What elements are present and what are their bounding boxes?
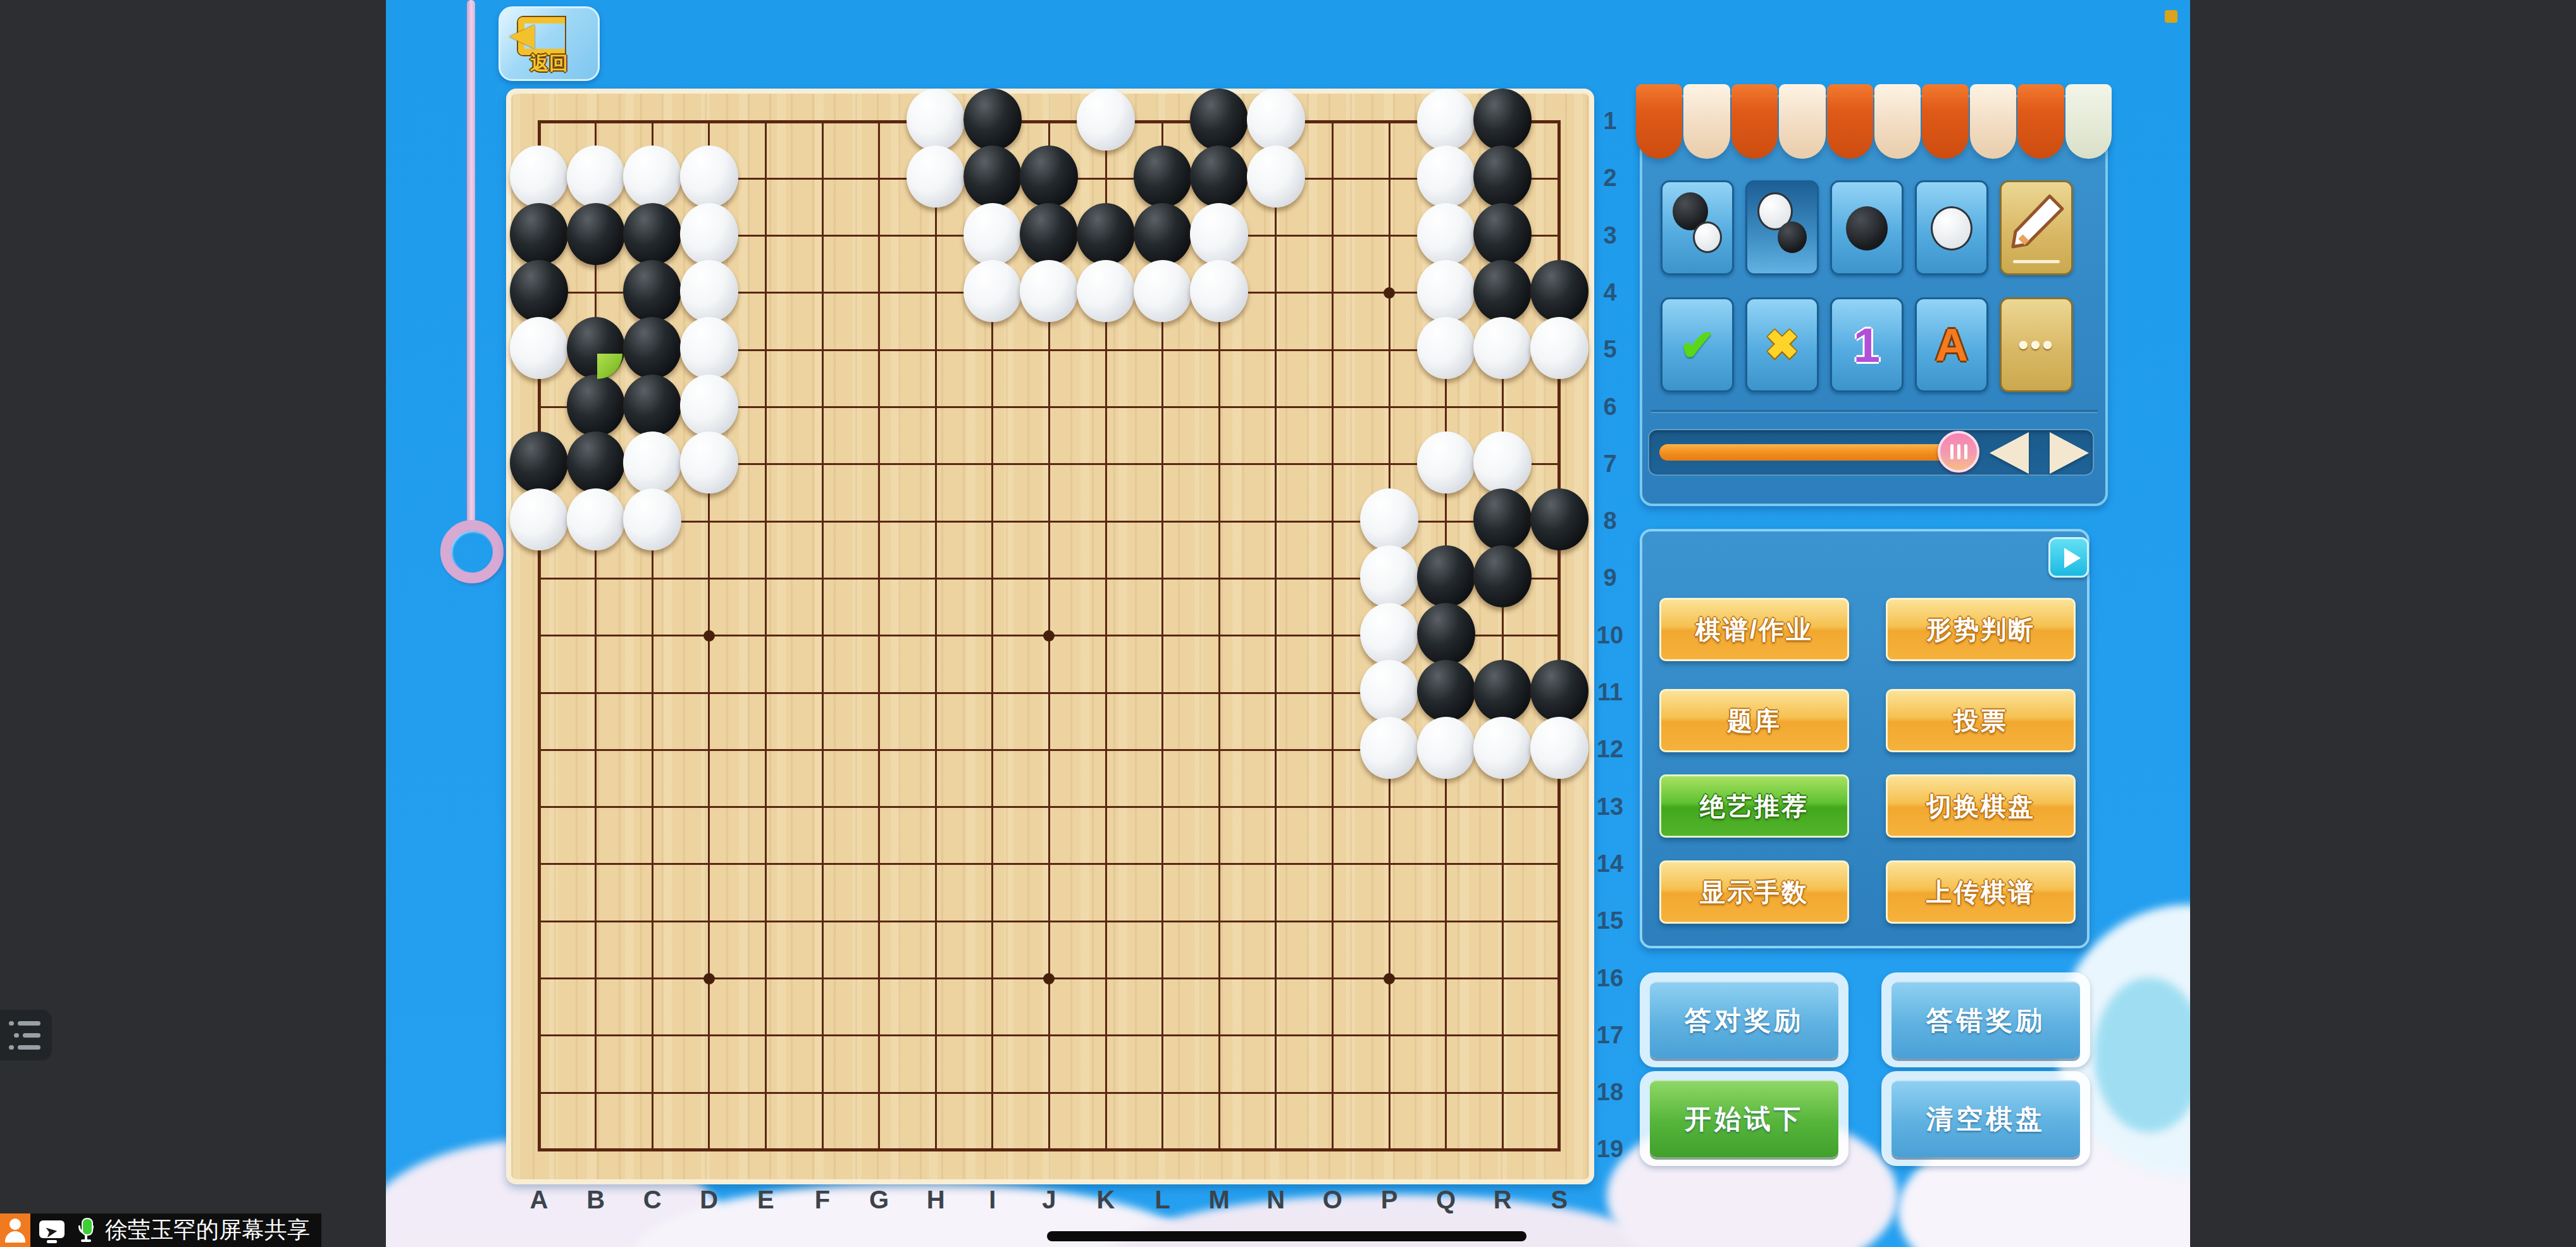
back-arrow-icon — [509, 25, 535, 49]
black-stone[interactable] — [1417, 660, 1475, 722]
grid-line — [1275, 120, 1277, 1151]
column-label: L — [1137, 1186, 1188, 1214]
white-stone[interactable] — [963, 203, 1022, 265]
grid-line — [1332, 120, 1334, 1151]
menu-label: 显示手数 — [1700, 875, 1809, 910]
column-label: J — [1024, 1186, 1074, 1214]
go-board[interactable] — [506, 89, 1594, 1184]
menu-problem-bank-button[interactable]: 题库 — [1659, 689, 1849, 752]
white-stone[interactable] — [1247, 89, 1305, 151]
grid-line — [538, 921, 1561, 922]
white-stone[interactable] — [1417, 717, 1475, 779]
list-icon — [9, 1045, 14, 1050]
column-label: P — [1364, 1186, 1415, 1214]
white-stone[interactable] — [1417, 260, 1475, 322]
column-label: N — [1251, 1186, 1301, 1214]
branch-marker-icon — [597, 354, 622, 379]
white-stone[interactable] — [680, 260, 738, 322]
black-stone[interactable] — [1473, 89, 1532, 151]
grid-line — [538, 863, 1561, 865]
white-stone[interactable] — [1360, 660, 1418, 722]
white-stone[interactable] — [567, 146, 625, 208]
black-stone[interactable] — [510, 203, 568, 265]
star-point — [1384, 287, 1395, 299]
panel-divider — [1651, 410, 2098, 412]
column-label: S — [1534, 1186, 1585, 1214]
menu-switch-board-button[interactable]: 切换棋盘 — [1886, 774, 2076, 838]
tool-more-button[interactable]: ••• — [2000, 297, 2073, 392]
column-label: M — [1194, 1186, 1244, 1214]
tool-cross-button[interactable]: ✖ — [1745, 297, 1819, 392]
black-stone[interactable] — [1530, 660, 1588, 722]
black-stone[interactable] — [567, 431, 625, 493]
slider-handle[interactable] — [1938, 431, 1979, 473]
black-stone[interactable] — [1473, 203, 1532, 265]
column-label: E — [740, 1186, 791, 1214]
menu-show-move-numbers-button[interactable]: 显示手数 — [1659, 860, 1849, 924]
white-stone[interactable] — [510, 488, 568, 550]
button-label: 答对奖励 — [1685, 1003, 1804, 1038]
goban-grid — [511, 94, 1589, 1179]
row-label: 9 — [1585, 564, 1635, 592]
grid-line — [538, 1092, 1561, 1094]
awning-flap — [2017, 84, 2064, 159]
slider-fill — [1659, 444, 1959, 461]
play-button[interactable] — [2048, 537, 2089, 578]
black-stone[interactable] — [1134, 146, 1192, 208]
row-label: 15 — [1585, 907, 1635, 934]
black-stone-icon — [1846, 206, 1888, 251]
previous-move-arrow-button[interactable] — [1990, 432, 2029, 474]
row-label: 5 — [1585, 336, 1635, 363]
row-label: 19 — [1585, 1136, 1635, 1163]
black-stone[interactable] — [567, 203, 625, 265]
black-stone[interactable] — [1020, 146, 1078, 208]
tool-check-button[interactable]: ✔ — [1661, 297, 1734, 392]
star-point — [1384, 973, 1395, 984]
black-stone[interactable] — [1473, 660, 1532, 722]
column-label: G — [854, 1186, 905, 1214]
pencil-icon — [2002, 187, 2071, 257]
black-stone[interactable] — [1473, 146, 1532, 208]
awning-flap — [1731, 84, 1778, 159]
menu-label: 棋谱/作业 — [1695, 612, 1813, 647]
white-stone[interactable] — [680, 375, 738, 437]
row-label: 6 — [1585, 394, 1635, 421]
number-one-icon: 1 — [1832, 299, 1902, 390]
white-stone[interactable] — [907, 146, 965, 208]
wrong-reward-wrapper: 答错奖励 — [1881, 972, 2090, 1067]
menu-label: 题库 — [1727, 704, 1781, 738]
menu-position-judge-button[interactable]: 形势判断 — [1886, 598, 2076, 661]
white-stone[interactable] — [1473, 431, 1532, 493]
awning-flap — [1683, 84, 1730, 159]
black-stone[interactable] — [1473, 488, 1532, 550]
tool-place-white-button[interactable] — [1915, 180, 1988, 275]
correct-reward-button[interactable]: 答对奖励 — [1650, 981, 1838, 1058]
list-icon — [18, 1021, 40, 1026]
grid-line — [538, 1148, 1561, 1151]
menu-label: 形势判断 — [1926, 612, 2035, 647]
menu-label: 切换棋盘 — [1926, 789, 2035, 824]
menu-label: 绝艺推荐 — [1700, 789, 1809, 824]
tool-alternate-white-first-button[interactable] — [1745, 180, 1819, 275]
row-label: 4 — [1585, 279, 1635, 306]
black-stone[interactable] — [1530, 488, 1588, 550]
button-label: 答错奖励 — [1926, 1003, 2045, 1038]
white-stone[interactable] — [680, 317, 738, 379]
column-label: O — [1307, 1186, 1358, 1214]
play-icon — [2064, 548, 2081, 568]
column-label: B — [571, 1186, 621, 1214]
black-stone[interactable] — [1134, 203, 1192, 265]
white-stone[interactable] — [1473, 717, 1532, 779]
microphone-icon — [75, 1217, 97, 1244]
black-stone[interactable] — [963, 89, 1022, 151]
awning-flap — [1874, 84, 1921, 159]
list-menu-button[interactable] — [0, 1010, 52, 1060]
pendant-string — [467, 0, 475, 530]
grid-line — [538, 1034, 1561, 1036]
correct-reward-wrapper: 答对奖励 — [1640, 972, 1848, 1067]
white-stone[interactable] — [1190, 203, 1248, 265]
white-stone[interactable] — [1360, 717, 1418, 779]
menu-upload-kifu-button[interactable]: 上传棋谱 — [1886, 860, 2076, 924]
share-banner-text: 徐莹玉罕的屏幕共享 — [105, 1215, 310, 1246]
row-label: 3 — [1585, 222, 1635, 249]
awning-decoration — [1635, 84, 2112, 159]
home-indicator[interactable] — [1047, 1231, 1526, 1241]
awning-flap — [1636, 84, 1682, 159]
white-stone[interactable] — [1530, 717, 1588, 779]
tool-number-label-button[interactable]: 1 — [1830, 297, 1904, 392]
white-stone-icon — [1693, 221, 1722, 253]
list-icon — [9, 1021, 14, 1026]
white-stone[interactable] — [680, 146, 738, 208]
check-icon: ✔ — [1663, 299, 1732, 390]
white-stone[interactable] — [623, 431, 681, 493]
column-label: R — [1477, 1186, 1528, 1214]
black-stone[interactable] — [1530, 260, 1588, 322]
column-label: H — [910, 1186, 961, 1214]
white-stone[interactable] — [907, 89, 965, 151]
row-label: 11 — [1585, 679, 1635, 706]
presenter-avatar-icon — [0, 1213, 30, 1247]
row-label: 18 — [1585, 1079, 1635, 1106]
white-stone[interactable] — [1417, 431, 1475, 493]
notification-dot — [2165, 10, 2177, 23]
white-stone[interactable] — [1417, 317, 1475, 379]
left-black-bar — [0, 0, 386, 1247]
white-stone[interactable] — [1360, 488, 1418, 550]
black-stone[interactable] — [567, 375, 625, 437]
back-label: 返回 — [500, 51, 598, 77]
pencil-underline — [2013, 260, 2060, 263]
cross-icon: ✖ — [1747, 299, 1817, 390]
white-stone[interactable] — [1134, 260, 1192, 322]
tool-alternate-black-first-button[interactable] — [1661, 180, 1734, 275]
button-label: 开始试下 — [1685, 1101, 1804, 1137]
white-stone[interactable] — [680, 431, 738, 493]
row-label: 16 — [1585, 965, 1635, 992]
white-stone[interactable] — [1360, 545, 1418, 607]
white-stone[interactable] — [1020, 260, 1078, 322]
more-dots-icon: ••• — [2002, 299, 2071, 390]
awning-flap — [1779, 84, 1825, 159]
row-label: 14 — [1585, 850, 1635, 878]
black-stone[interactable] — [1417, 603, 1475, 665]
star-point — [1043, 973, 1055, 984]
screen-share-banner: ➤ 徐莹玉罕的屏幕共享 — [0, 1213, 321, 1247]
screen: 返回 ABCDEFGHIJKLMNOPQRS123456789101112131… — [0, 0, 2576, 1247]
black-stone[interactable] — [1190, 89, 1248, 151]
black-stone[interactable] — [623, 375, 681, 437]
white-stone[interactable] — [1530, 317, 1588, 379]
black-stone[interactable] — [1473, 260, 1532, 322]
wrong-reward-button[interactable]: 答错奖励 — [1892, 981, 2080, 1058]
awning-flap — [2065, 84, 2112, 159]
column-label: A — [514, 1186, 564, 1214]
grid-line — [538, 806, 1561, 808]
row-label: 17 — [1585, 1022, 1635, 1049]
row-label: 12 — [1585, 736, 1635, 763]
menu-label: 投票 — [1954, 704, 2008, 738]
white-stone-icon — [1931, 206, 1972, 251]
black-stone-icon — [1778, 221, 1807, 253]
list-icon — [18, 1045, 40, 1050]
column-label: I — [967, 1186, 1018, 1214]
next-move-arrow-button[interactable] — [2050, 432, 2089, 474]
black-stone[interactable] — [1190, 146, 1248, 208]
clear-board-wrapper: 清空棋盘 — [1881, 1071, 2090, 1166]
column-label: Q — [1421, 1186, 1471, 1214]
column-label: F — [797, 1186, 848, 1214]
black-stone[interactable] — [963, 146, 1022, 208]
white-stone[interactable] — [680, 203, 738, 265]
button-label: 清空棋盘 — [1926, 1101, 2045, 1137]
black-stone[interactable] — [1077, 203, 1135, 265]
column-label: C — [627, 1186, 678, 1214]
white-stone[interactable] — [963, 260, 1022, 322]
white-stone[interactable] — [1417, 203, 1475, 265]
black-stone[interactable] — [623, 317, 681, 379]
screen-share-icon: ➤ — [38, 1218, 67, 1243]
star-point — [703, 630, 715, 642]
awning-flap — [1827, 84, 1873, 159]
white-stone[interactable] — [1473, 317, 1532, 379]
row-label: 13 — [1585, 793, 1635, 821]
start-trial-wrapper: 开始试下 — [1640, 1071, 1848, 1166]
tool-edit-pencil-button[interactable] — [2000, 180, 2073, 275]
menu-jueyi-recommend-button[interactable]: 绝艺推荐 — [1659, 774, 1849, 838]
white-stone[interactable] — [567, 488, 625, 550]
share-status-pill: ➤ 徐莹玉罕的屏幕共享 — [30, 1213, 321, 1247]
right-black-bar — [2190, 0, 2576, 1247]
awning-flap — [1922, 84, 1968, 159]
column-label: D — [684, 1186, 734, 1214]
black-stone[interactable] — [510, 431, 568, 493]
white-stone[interactable] — [1077, 89, 1135, 151]
awning-flap — [1970, 84, 2016, 159]
white-stone[interactable] — [623, 488, 681, 550]
white-stone[interactable] — [510, 317, 568, 379]
star-point — [703, 973, 715, 984]
white-stone[interactable] — [1417, 146, 1475, 208]
list-icon — [14, 1033, 19, 1038]
list-icon — [23, 1033, 40, 1038]
black-stone[interactable] — [623, 203, 681, 265]
white-stone[interactable] — [1417, 89, 1475, 151]
go-app-window: 返回 ABCDEFGHIJKLMNOPQRS123456789101112131… — [386, 0, 2190, 1247]
white-stone[interactable] — [623, 146, 681, 208]
start-trial-button[interactable]: 开始试下 — [1650, 1080, 1838, 1157]
row-label: 2 — [1585, 164, 1635, 192]
white-stone[interactable] — [510, 146, 568, 208]
clear-board-button[interactable]: 清空棋盘 — [1892, 1080, 2080, 1157]
row-label: 10 — [1585, 622, 1635, 649]
white-stone[interactable] — [1247, 146, 1305, 208]
tool-place-black-button[interactable] — [1830, 180, 1904, 275]
row-label: 7 — [1585, 450, 1635, 478]
row-label: 1 — [1585, 108, 1635, 135]
tool-letter-label-button[interactable]: A — [1915, 297, 1988, 392]
black-stone[interactable] — [1020, 203, 1078, 265]
menu-vote-button[interactable]: 投票 — [1886, 689, 2076, 752]
white-stone[interactable] — [1077, 260, 1135, 322]
letter-a-icon: A — [1917, 299, 1986, 390]
black-stone[interactable] — [1473, 545, 1532, 607]
row-label: 8 — [1585, 507, 1635, 535]
menu-label: 上传棋谱 — [1926, 875, 2035, 910]
black-stone[interactable] — [510, 260, 568, 322]
menu-kifu-homework-button[interactable]: 棋谱/作业 — [1659, 598, 1849, 661]
black-stone[interactable] — [1417, 545, 1475, 607]
back-button[interactable]: 返回 — [498, 6, 600, 81]
black-stone[interactable] — [623, 260, 681, 322]
pendant-ring — [440, 520, 504, 583]
star-point — [1043, 630, 1055, 642]
column-label: K — [1081, 1186, 1131, 1214]
white-stone[interactable] — [1190, 260, 1248, 322]
white-stone[interactable] — [1360, 603, 1418, 665]
